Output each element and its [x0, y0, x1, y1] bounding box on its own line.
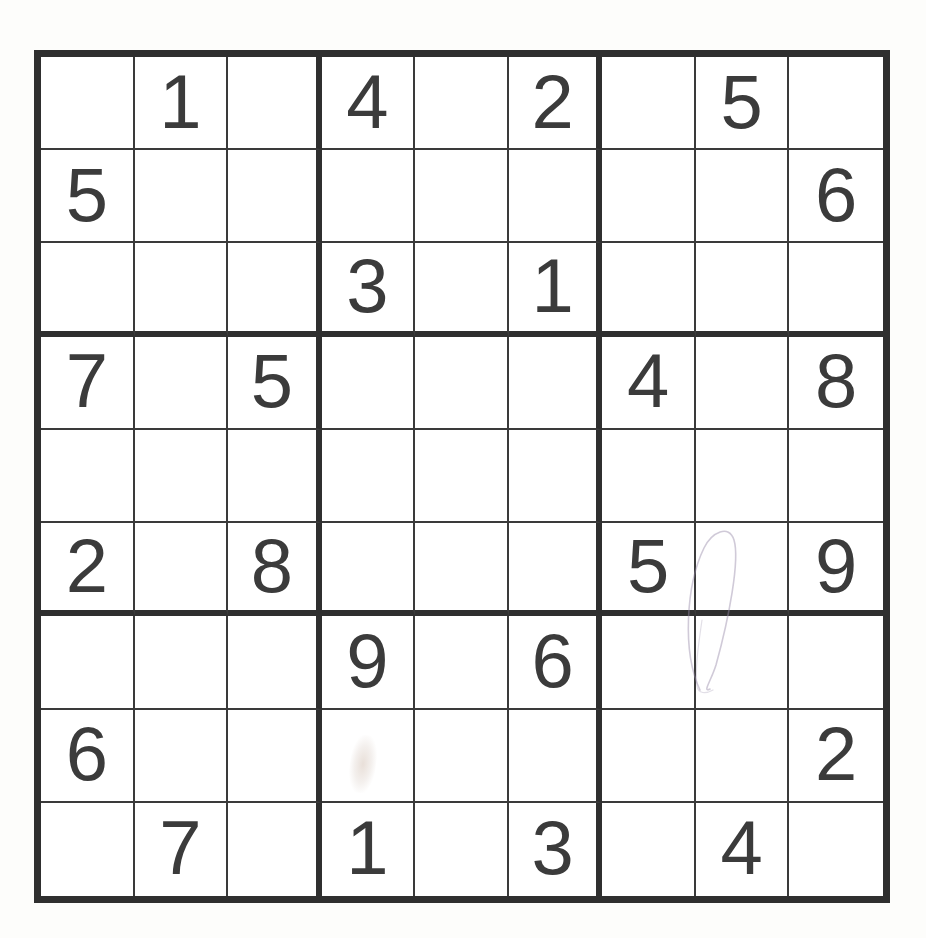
cell-r4c3[interactable]: 5 [228, 337, 322, 430]
cell-r2c3[interactable] [228, 150, 322, 243]
cell-r1c7[interactable] [602, 57, 696, 150]
sudoku-board: 142556317548285996627134 [34, 50, 890, 903]
cell-r7c6[interactable]: 6 [509, 616, 603, 709]
cell-r3c7[interactable] [602, 243, 696, 336]
cell-r3c8[interactable] [696, 243, 790, 336]
given-digit: 5 [251, 343, 293, 419]
cell-r2c4[interactable] [322, 150, 416, 243]
cell-r4c8[interactable] [696, 337, 790, 430]
given-digit: 7 [159, 810, 201, 886]
cell-r5c1[interactable] [41, 430, 135, 523]
given-digit: 2 [66, 528, 108, 604]
cell-r5c8[interactable] [696, 430, 790, 523]
cell-r3c6[interactable]: 1 [509, 243, 603, 336]
cell-r5c9[interactable] [789, 430, 883, 523]
cell-r7c3[interactable] [228, 616, 322, 709]
cell-r4c2[interactable] [135, 337, 229, 430]
given-digit: 4 [721, 810, 763, 886]
cell-r4c7[interactable]: 4 [602, 337, 696, 430]
given-digit: 4 [346, 64, 388, 140]
given-digit: 2 [531, 64, 573, 140]
cell-r2c8[interactable] [696, 150, 790, 243]
cell-r8c5[interactable] [415, 710, 509, 803]
cell-r4c6[interactable] [509, 337, 603, 430]
given-digit: 7 [66, 343, 108, 419]
cell-r1c5[interactable] [415, 57, 509, 150]
cell-r8c3[interactable] [228, 710, 322, 803]
cell-r6c2[interactable] [135, 523, 229, 616]
cell-r2c6[interactable] [509, 150, 603, 243]
given-digit: 5 [66, 157, 108, 233]
given-digit: 8 [251, 528, 293, 604]
cell-r1c4[interactable]: 4 [322, 57, 416, 150]
given-digit: 4 [627, 343, 669, 419]
cell-r7c8[interactable] [696, 616, 790, 709]
cell-r4c1[interactable]: 7 [41, 337, 135, 430]
cell-r3c3[interactable] [228, 243, 322, 336]
cell-r6c3[interactable]: 8 [228, 523, 322, 616]
scanned-sudoku-page: 142556317548285996627134 [0, 0, 926, 938]
cell-r9c6[interactable]: 3 [509, 803, 603, 896]
cell-r7c9[interactable] [789, 616, 883, 709]
cell-r4c4[interactable] [322, 337, 416, 430]
cell-r6c6[interactable] [509, 523, 603, 616]
given-digit: 6 [815, 157, 857, 233]
cell-r5c3[interactable] [228, 430, 322, 523]
cell-r8c6[interactable] [509, 710, 603, 803]
cell-r3c1[interactable] [41, 243, 135, 336]
cell-r8c7[interactable] [602, 710, 696, 803]
cell-r3c4[interactable]: 3 [322, 243, 416, 336]
cell-r6c7[interactable]: 5 [602, 523, 696, 616]
given-digit: 9 [346, 623, 388, 699]
cell-r9c1[interactable] [41, 803, 135, 896]
cell-r9c3[interactable] [228, 803, 322, 896]
cell-r5c4[interactable] [322, 430, 416, 523]
cell-r8c2[interactable] [135, 710, 229, 803]
cell-r9c5[interactable] [415, 803, 509, 896]
cell-r7c4[interactable]: 9 [322, 616, 416, 709]
given-digit: 6 [531, 623, 573, 699]
given-digit: 3 [346, 248, 388, 324]
cell-r9c8[interactable]: 4 [696, 803, 790, 896]
cell-r2c5[interactable] [415, 150, 509, 243]
cell-r7c2[interactable] [135, 616, 229, 709]
given-digit: 8 [815, 343, 857, 419]
given-digit: 5 [627, 528, 669, 604]
cell-r9c7[interactable] [602, 803, 696, 896]
cell-r7c7[interactable] [602, 616, 696, 709]
given-digit: 3 [531, 810, 573, 886]
cell-r6c8[interactable] [696, 523, 790, 616]
cell-r8c1[interactable]: 6 [41, 710, 135, 803]
cell-r1c9[interactable] [789, 57, 883, 150]
cell-r9c9[interactable] [789, 803, 883, 896]
cell-r1c1[interactable] [41, 57, 135, 150]
cell-r6c4[interactable] [322, 523, 416, 616]
cell-r3c2[interactable] [135, 243, 229, 336]
given-digit: 2 [815, 716, 857, 792]
cell-r6c5[interactable] [415, 523, 509, 616]
cell-r8c8[interactable] [696, 710, 790, 803]
cell-r5c6[interactable] [509, 430, 603, 523]
cell-r7c5[interactable] [415, 616, 509, 709]
cell-r4c5[interactable] [415, 337, 509, 430]
cell-r5c7[interactable] [602, 430, 696, 523]
given-digit: 6 [66, 716, 108, 792]
cell-r1c2[interactable]: 1 [135, 57, 229, 150]
cell-r8c4[interactable] [322, 710, 416, 803]
cell-r3c5[interactable] [415, 243, 509, 336]
cell-r9c2[interactable]: 7 [135, 803, 229, 896]
cell-r1c8[interactable]: 5 [696, 57, 790, 150]
cell-r2c9[interactable]: 6 [789, 150, 883, 243]
cell-r1c6[interactable]: 2 [509, 57, 603, 150]
given-digit: 1 [531, 248, 573, 324]
cell-r7c1[interactable] [41, 616, 135, 709]
given-digit: 9 [815, 528, 857, 604]
cell-r6c1[interactable]: 2 [41, 523, 135, 616]
cell-r8c9[interactable]: 2 [789, 710, 883, 803]
cell-r9c4[interactable]: 1 [322, 803, 416, 896]
cell-r5c2[interactable] [135, 430, 229, 523]
cell-r5c5[interactable] [415, 430, 509, 523]
given-digit: 1 [159, 64, 201, 140]
cell-r1c3[interactable] [228, 57, 322, 150]
given-digit: 5 [721, 64, 763, 140]
cell-r4c9[interactable]: 8 [789, 337, 883, 430]
cell-r2c7[interactable] [602, 150, 696, 243]
cell-r2c2[interactable] [135, 150, 229, 243]
cell-r6c9[interactable]: 9 [789, 523, 883, 616]
cell-r2c1[interactable]: 5 [41, 150, 135, 243]
given-digit: 1 [346, 810, 388, 886]
cell-r3c9[interactable] [789, 243, 883, 336]
